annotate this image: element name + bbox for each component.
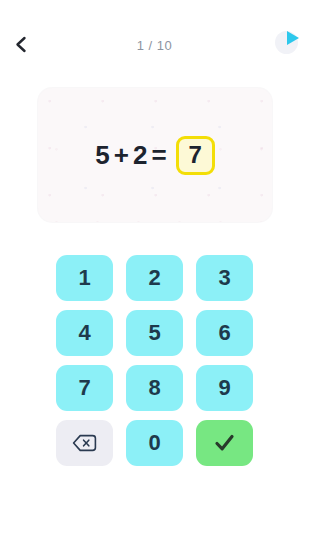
operator-plus: +	[114, 140, 129, 171]
key-3[interactable]: 3	[196, 255, 253, 301]
key-4[interactable]: 4	[56, 310, 113, 356]
answer-input[interactable]: 7	[176, 136, 215, 175]
equation: 5 + 2 = 7	[95, 136, 214, 175]
key-1[interactable]: 1	[56, 255, 113, 301]
operand-2: 2	[133, 140, 147, 171]
checkmark-icon	[212, 432, 237, 454]
question-card: 5 + 2 = 7	[38, 88, 272, 222]
key-5[interactable]: 5	[126, 310, 183, 356]
play-icon	[287, 31, 299, 45]
key-0[interactable]: 0	[126, 420, 183, 466]
key-6[interactable]: 6	[196, 310, 253, 356]
key-2[interactable]: 2	[126, 255, 183, 301]
key-9[interactable]: 9	[196, 365, 253, 411]
audio-play-button[interactable]	[275, 31, 298, 54]
numeric-keypad: 1 2 3 4 5 6 7 8 9 0	[56, 255, 253, 466]
key-8[interactable]: 8	[126, 365, 183, 411]
backspace-icon	[71, 433, 98, 453]
quiz-screen: 1 / 10 5 + 2 = 7 1 2 3 4 5 6 7 8 9	[0, 0, 309, 550]
operand-1: 5	[95, 140, 109, 171]
confirm-key[interactable]	[196, 420, 253, 466]
backspace-key[interactable]	[56, 420, 113, 466]
equals-sign: =	[151, 140, 166, 171]
answer-value: 7	[188, 141, 201, 169]
key-7[interactable]: 7	[56, 365, 113, 411]
progress-counter: 1 / 10	[0, 38, 309, 53]
